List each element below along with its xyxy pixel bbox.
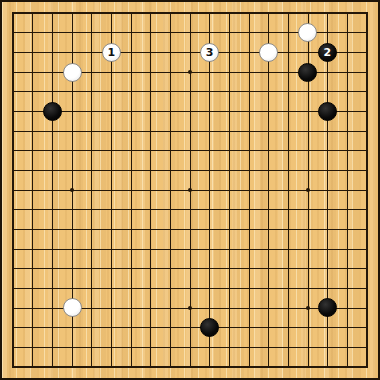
- move-number: 2: [324, 47, 332, 58]
- stone-black: [200, 318, 219, 337]
- stone-black: [318, 298, 337, 317]
- stone-white: [63, 298, 82, 317]
- stone-grid: 132: [3, 3, 376, 376]
- stone-white: [298, 23, 317, 42]
- stone-white: [63, 63, 82, 82]
- go-board[interactable]: 132: [0, 0, 380, 380]
- move-number: 3: [206, 47, 214, 58]
- stone-black-move-2: 2: [318, 43, 337, 62]
- stone-white: [259, 43, 278, 62]
- stone-black: [298, 63, 317, 82]
- stone-white-move-1: 1: [102, 43, 121, 62]
- stone-white-move-3: 3: [200, 43, 219, 62]
- stone-black: [318, 102, 337, 121]
- move-number: 1: [108, 47, 116, 58]
- stone-black: [43, 102, 62, 121]
